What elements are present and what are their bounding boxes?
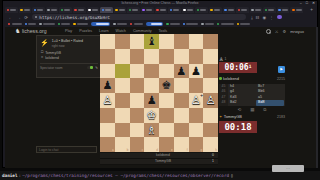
square-g7[interactable] xyxy=(189,49,204,64)
square-g3[interactable] xyxy=(189,108,204,123)
piece-bP-a5: ♟ xyxy=(100,78,115,93)
knight-logo-icon: ♞ xyxy=(15,27,20,35)
tab-title xyxy=(268,9,274,11)
bookmark-item[interactable] xyxy=(25,23,37,25)
extensions-icon[interactable]: ☷ xyxy=(256,15,260,20)
square-a3[interactable] xyxy=(100,108,115,123)
crosstable-score: 0 xyxy=(208,153,218,157)
square-h4[interactable]: ♙ xyxy=(203,93,218,108)
tab-title xyxy=(37,9,43,11)
bookmark-favicon xyxy=(166,23,168,25)
bookmark-label xyxy=(134,23,143,25)
chat-header: Spectator room ✎ xyxy=(37,64,101,70)
square-e6[interactable] xyxy=(159,64,174,79)
player-bottom-row[interactable]: ✦ TommyGB 2183 xyxy=(219,114,285,119)
new-tab-button[interactable]: + xyxy=(310,6,313,13)
header-right: ⚔ ⚙ mrwyux xyxy=(266,27,304,35)
square-b5[interactable] xyxy=(115,78,130,93)
clock-top: 00:06 1 xyxy=(219,62,257,73)
tab-title xyxy=(282,9,288,11)
tab-title xyxy=(241,9,247,11)
piece-bB-d8: ♝ xyxy=(144,34,159,49)
square-g6[interactable]: ♟ xyxy=(189,64,204,79)
bookmark-label xyxy=(151,23,162,25)
tab-title xyxy=(92,9,98,11)
status-popup: ··· xyxy=(272,165,304,172)
tab-favicon xyxy=(278,9,281,12)
square-d4[interactable]: ♟ xyxy=(144,93,159,108)
tab-favicon xyxy=(20,9,23,12)
square-d5[interactable] xyxy=(144,78,159,93)
square-h6[interactable] xyxy=(203,64,218,79)
tab-favicon xyxy=(210,9,213,12)
bookmark-label xyxy=(61,23,70,25)
bookmark-favicon xyxy=(25,23,27,25)
tab-favicon xyxy=(115,9,118,12)
tab-favicon xyxy=(265,9,268,12)
nav-item-puzzles[interactable]: Puzzles xyxy=(79,27,92,35)
bookmark-item[interactable] xyxy=(58,23,71,25)
bookmark-item[interactable] xyxy=(8,23,22,25)
bookmark-label xyxy=(170,23,180,25)
bookmark-item[interactable] xyxy=(217,23,234,25)
black-player-row[interactable]: ■ kolobend xyxy=(37,55,101,60)
square-c8[interactable] xyxy=(130,34,145,49)
white-player-name: TommyGB xyxy=(45,51,61,55)
tab-favicon xyxy=(102,9,105,12)
square-b4[interactable] xyxy=(115,93,130,108)
move-number: 48 xyxy=(219,100,228,105)
square-a2[interactable] xyxy=(100,123,115,138)
chat-placeholder: Login to chat xyxy=(39,148,58,152)
tab-favicon xyxy=(129,9,132,12)
tab-favicon xyxy=(142,9,145,12)
square-c5[interactable] xyxy=(130,78,145,93)
clock-bottom-time: 00:18 xyxy=(224,122,251,132)
square-d8[interactable]: ♝ xyxy=(144,34,159,49)
crosstable-player: TommyGB xyxy=(100,159,208,163)
bullet-time-icon: ⚡ xyxy=(40,39,49,48)
crosstable-player: kolobend xyxy=(100,153,208,157)
profile-avatar[interactable] xyxy=(277,15,282,20)
square-g5[interactable] xyxy=(189,78,204,93)
square-b2[interactable] xyxy=(115,123,130,138)
file-coord: c xyxy=(142,149,144,152)
bookmark-favicon xyxy=(73,23,75,25)
chat-toggle[interactable] xyxy=(87,66,93,69)
square-d7[interactable] xyxy=(144,49,159,64)
bookmark-favicon xyxy=(237,23,239,25)
terminal-path: ~/programs/chess/training/resources — ~/… xyxy=(22,173,229,178)
move-cell[interactable]: Bd2 xyxy=(228,100,256,105)
bookmark-favicon xyxy=(113,23,115,25)
tab-title xyxy=(51,9,57,11)
url-text: https://lichess.org/GsuXbHrC xyxy=(39,15,110,20)
lichess-page: ♞ lichess.org PlayPuzzlesLearnWatchCommu… xyxy=(5,27,318,168)
square-b6[interactable] xyxy=(115,64,130,79)
square-c3[interactable] xyxy=(130,108,145,123)
tab-favicon xyxy=(224,9,227,12)
tab-favicon xyxy=(251,9,254,12)
square-c2[interactable] xyxy=(130,123,145,138)
square-e4[interactable] xyxy=(159,93,174,108)
square-d6[interactable] xyxy=(144,64,159,79)
tab-title xyxy=(64,9,70,11)
toolbar-icons: ⤓☷◉⋮ xyxy=(251,15,273,20)
tab-favicon xyxy=(74,9,77,12)
bookmark-favicon xyxy=(183,23,185,25)
square-b7[interactable] xyxy=(115,49,130,64)
square-g2[interactable] xyxy=(189,123,204,138)
bookmark-label xyxy=(96,23,109,25)
tab-title xyxy=(296,9,302,11)
crosstable-score: 1 xyxy=(208,159,218,163)
bookmark-item[interactable] xyxy=(237,23,251,25)
mouse-cursor: + xyxy=(200,93,203,98)
square-f1[interactable]: f xyxy=(174,137,189,152)
bookmark-favicon xyxy=(58,23,60,25)
menu-icon[interactable]: ⋮ xyxy=(269,15,273,20)
username-menu[interactable]: mrwyux xyxy=(290,29,304,34)
bookmark-item[interactable] xyxy=(91,22,111,26)
tab-favicon xyxy=(88,9,91,12)
terminal-prompt[interactable]: daniel : ~/programs/chess/training/resou… xyxy=(0,171,320,180)
square-c6[interactable] xyxy=(130,64,145,79)
time-control-label: 1+0 • Bullet • Rated xyxy=(52,39,83,43)
external-link-icon[interactable]: ⧉ xyxy=(263,107,266,112)
bookmark-favicon xyxy=(201,23,203,25)
download-icon[interactable]: ⤓ xyxy=(251,15,253,20)
square-c4[interactable] xyxy=(130,93,145,108)
piece-bP-g6: ♟ xyxy=(189,64,204,79)
flip-board-icon[interactable]: ⟲ xyxy=(238,107,242,112)
file-coord: e xyxy=(171,149,173,152)
bookmark-label xyxy=(12,23,22,25)
square-e2[interactable] xyxy=(159,123,174,138)
bookmark-label xyxy=(221,23,234,25)
square-c1[interactable]: c xyxy=(130,137,145,152)
square-h5[interactable] xyxy=(203,78,218,93)
clock-bottom: 00:18 xyxy=(219,121,257,133)
tab-title xyxy=(160,9,166,11)
move-list: 45h4Bc746g4Bb647Kd3a548Bd2Bd8 xyxy=(219,84,285,106)
crosstable-row[interactable]: TommyGB1 xyxy=(100,159,218,165)
forward-icon[interactable]: → xyxy=(16,15,20,20)
crosstable: kolobend0TommyGB1 xyxy=(100,153,218,165)
square-g1[interactable]: g xyxy=(189,137,204,152)
tab-title xyxy=(105,9,111,11)
tab-strip xyxy=(5,6,311,13)
bookmark-favicon xyxy=(147,23,149,25)
file-coord: b xyxy=(127,149,129,152)
square-a4[interactable]: ♙ xyxy=(100,93,115,108)
square-f7[interactable] xyxy=(174,49,189,64)
game-info-card: ⚡ 1+0 • Bullet • Rated right now □ Tommy… xyxy=(36,35,102,78)
tab-title xyxy=(187,9,193,11)
piece-bP-d4: ♟ xyxy=(144,93,159,108)
player-top-row[interactable]: kolobend 2215 xyxy=(219,76,285,81)
tab-favicon xyxy=(238,9,241,12)
bookmark-favicon xyxy=(92,23,94,25)
chat-input[interactable]: Login to chat xyxy=(36,146,97,153)
tab-favicon xyxy=(156,9,159,12)
bookmark-item[interactable] xyxy=(201,23,214,25)
piece-wB-d2: ♗ xyxy=(144,123,159,138)
square-h3[interactable] xyxy=(203,108,218,123)
browser-window: lichess.org • Free Online Chess — Mozill… xyxy=(2,0,318,168)
notes-pencil-icon[interactable]: ✎ xyxy=(95,66,98,70)
tab-title xyxy=(173,9,179,11)
move-row: 48Bd2Bd8 xyxy=(219,100,285,105)
bookmark-favicon xyxy=(8,23,10,25)
bookmark-item[interactable] xyxy=(146,22,164,26)
tab-title xyxy=(10,9,16,11)
square-e8[interactable] xyxy=(159,34,174,49)
file-coord: d xyxy=(156,149,158,152)
square-f2[interactable] xyxy=(174,123,189,138)
clock-top-time: 00:06 xyxy=(225,63,249,72)
file-coord: g xyxy=(201,149,203,152)
tab-favicon xyxy=(61,9,64,12)
player-bottom-name: TommyGB xyxy=(224,114,276,119)
bookmark-label xyxy=(43,23,55,25)
bookmark-item[interactable] xyxy=(183,23,199,25)
page-scrollbar[interactable] xyxy=(316,27,318,168)
tab-favicon xyxy=(47,9,50,12)
tab-favicon xyxy=(183,9,186,12)
piece-bK-e5: ♚ xyxy=(159,78,174,93)
search-icon[interactable] xyxy=(266,29,271,34)
terminal-user: daniel xyxy=(2,173,18,178)
analysis-board-icon[interactable]: ▦ xyxy=(250,107,254,112)
move-controls: ⟲▦⧉ xyxy=(219,107,285,112)
square-h1[interactable]: h xyxy=(203,137,218,152)
square-f4[interactable] xyxy=(174,93,189,108)
bookmark-label xyxy=(28,23,36,25)
bookmark-label xyxy=(117,23,127,25)
square-e3[interactable] xyxy=(159,108,174,123)
square-f6[interactable]: ♟ xyxy=(174,64,189,79)
online-dot-icon xyxy=(219,77,222,80)
square-g8[interactable] xyxy=(189,34,204,49)
piece-wK-d3: ♔ xyxy=(144,108,159,123)
game-time-ago: right now xyxy=(52,44,83,48)
square-b3[interactable] xyxy=(115,108,130,123)
account-icon[interactable]: ◉ xyxy=(263,15,267,20)
terminal-separator: : xyxy=(19,173,22,178)
bookmark-favicon xyxy=(130,23,132,25)
tab-title xyxy=(228,9,234,11)
tab-title xyxy=(78,9,84,11)
tv-icon[interactable]: ▶ xyxy=(278,66,285,73)
back-icon[interactable]: ← xyxy=(9,15,13,20)
desktop: daniel : ~/programs/chess/training/resou… xyxy=(0,0,320,180)
terminal-cursor: ▯ xyxy=(231,173,234,178)
tab-title xyxy=(132,9,138,11)
file-coord: f xyxy=(187,149,188,152)
lichess-logo[interactable]: ♞ lichess.org xyxy=(15,27,47,35)
file-coord: h xyxy=(215,149,217,152)
move-cell[interactable]: Bd8 xyxy=(256,100,284,105)
bookmark-label xyxy=(205,23,214,25)
player-bottom-rating: 2183 xyxy=(277,115,285,119)
tab-favicon xyxy=(34,9,37,12)
tab-title xyxy=(24,9,30,11)
tab-favicon xyxy=(170,9,173,12)
square-a5[interactable]: ♟ xyxy=(100,78,115,93)
square-c7[interactable] xyxy=(130,49,145,64)
address-bar: ← → ⟳ https://lichess.org/GsuXbHrC ⤓☷◉⋮ xyxy=(5,13,317,21)
tab-title xyxy=(146,9,152,11)
square-d3[interactable]: ♔ xyxy=(144,108,159,123)
reload-icon[interactable]: ⟳ xyxy=(24,15,28,20)
tab-title xyxy=(200,9,206,11)
bookmark-item[interactable] xyxy=(39,23,55,25)
bookmark-item[interactable] xyxy=(130,23,143,25)
piece-wP-h4: ♙ xyxy=(203,93,218,108)
url-field[interactable]: https://lichess.org/GsuXbHrC xyxy=(32,14,246,20)
square-f5[interactable] xyxy=(174,78,189,93)
square-e1[interactable]: e xyxy=(159,137,174,152)
piece-bP-f6: ♟ xyxy=(174,64,189,79)
logo-text: lichess.org xyxy=(22,27,47,35)
player-top-name: kolobend xyxy=(223,76,275,81)
square-a6[interactable] xyxy=(100,64,115,79)
file-coord: a xyxy=(112,149,114,152)
bookmark-item[interactable] xyxy=(73,23,88,25)
black-piece-icon: ■ xyxy=(41,56,43,60)
piece-wP-a4: ♙ xyxy=(100,93,115,108)
player-top-rating: 2215 xyxy=(277,77,285,81)
square-e5[interactable]: ♚ xyxy=(159,78,174,93)
square-h8[interactable] xyxy=(203,34,218,49)
gear-icon[interactable]: ⚙ xyxy=(282,29,286,34)
square-f8[interactable] xyxy=(174,34,189,49)
tab-favicon xyxy=(292,9,295,12)
square-b1[interactable]: b xyxy=(115,137,130,152)
spectator-room-label: Spectator room xyxy=(40,66,85,70)
tab-title xyxy=(214,9,220,11)
square-b8[interactable] xyxy=(115,34,130,49)
bookmark-label xyxy=(186,23,198,25)
bookmark-item[interactable] xyxy=(113,23,127,25)
bookmark-favicon xyxy=(39,23,41,25)
game-meta: ⚡ 1+0 • Bullet • Rated right now xyxy=(37,36,101,50)
square-f3[interactable] xyxy=(174,108,189,123)
bookmark-label xyxy=(240,23,250,25)
square-a7[interactable] xyxy=(100,49,115,64)
challenge-swords-icon[interactable]: ⚔ xyxy=(275,29,279,34)
bookmark-label xyxy=(77,23,88,25)
square-e7[interactable] xyxy=(159,49,174,64)
nav-item-play[interactable]: Play xyxy=(65,27,72,35)
bookmark-favicon xyxy=(217,23,219,25)
square-a1[interactable]: a xyxy=(100,137,115,152)
tab-favicon xyxy=(197,9,200,12)
square-h2[interactable] xyxy=(203,123,218,138)
bookmark-item[interactable] xyxy=(166,23,180,25)
square-d1[interactable]: d xyxy=(144,137,159,152)
square-d2[interactable]: ♗ xyxy=(144,123,159,138)
square-a8[interactable] xyxy=(100,34,115,49)
tab-favicon xyxy=(7,9,10,12)
lock-icon xyxy=(35,16,37,18)
tab-title xyxy=(119,9,125,11)
patron-icon: ✦ xyxy=(219,115,222,119)
material-count: 1 xyxy=(224,57,226,61)
tab-title xyxy=(255,9,261,11)
black-player-name: kolobend xyxy=(45,56,59,60)
square-h7[interactable] xyxy=(203,49,218,64)
clock-top-tenths: 1 xyxy=(249,64,252,69)
